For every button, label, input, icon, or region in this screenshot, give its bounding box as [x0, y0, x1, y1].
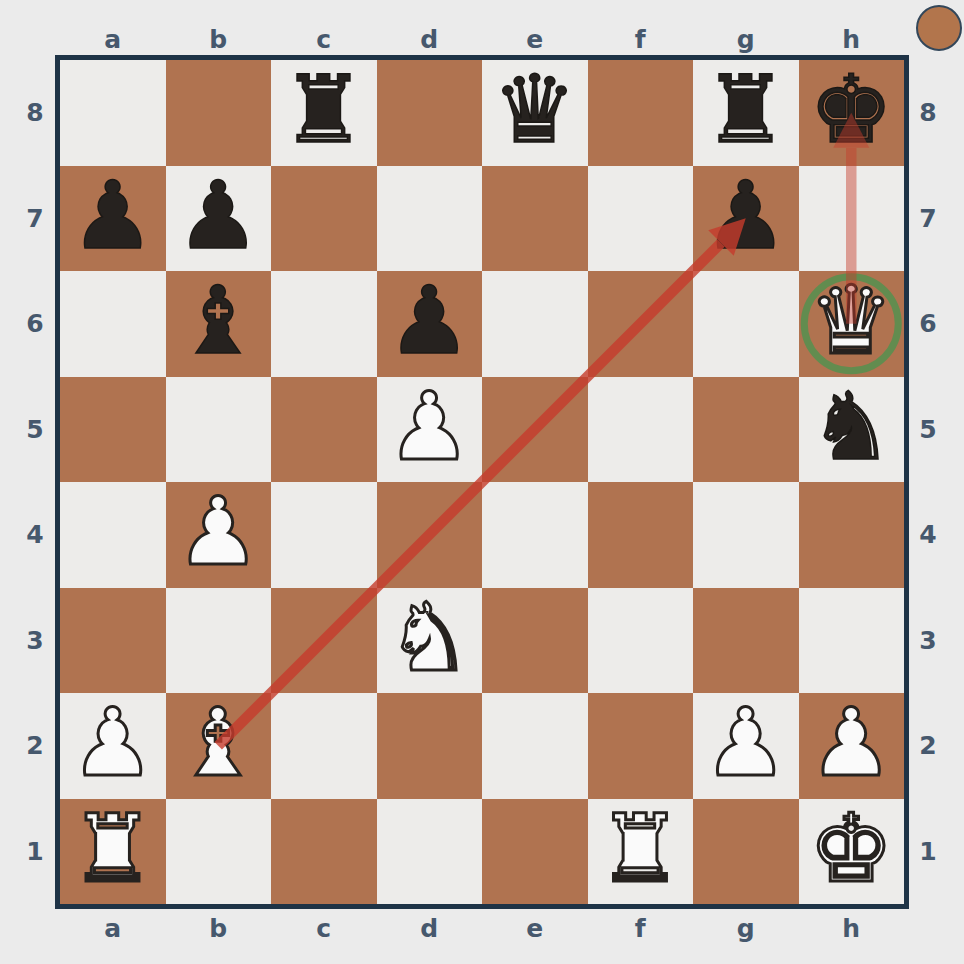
square-d3[interactable]: ♞: [377, 588, 483, 694]
file-label-a-top: a: [60, 26, 166, 52]
white-rook-a1[interactable]: ♜: [71, 796, 155, 901]
square-b6[interactable]: ♝: [166, 271, 272, 377]
file-label-c-top: c: [271, 26, 377, 52]
square-h1[interactable]: ♚: [799, 799, 905, 905]
square-f2[interactable]: [588, 693, 694, 799]
rank-label-7-right: 7: [915, 166, 941, 272]
square-f1[interactable]: ♜: [588, 799, 694, 905]
rank-label-3-left: 3: [22, 588, 48, 694]
square-c3[interactable]: [271, 588, 377, 694]
square-e8[interactable]: ♛: [482, 60, 588, 166]
white-knight-d3[interactable]: ♞: [387, 585, 471, 690]
file-labels-top: abcdefgh: [60, 26, 904, 52]
rank-label-8-right: 8: [915, 60, 941, 166]
square-g7[interactable]: ♟: [693, 166, 799, 272]
square-f5[interactable]: [588, 377, 694, 483]
rank-label-6-left: 6: [22, 271, 48, 377]
square-d8[interactable]: [377, 60, 483, 166]
square-c7[interactable]: [271, 166, 377, 272]
square-c2[interactable]: [271, 693, 377, 799]
white-queen-h6[interactable]: ♛: [809, 268, 893, 373]
square-d6[interactable]: ♟: [377, 271, 483, 377]
square-e2[interactable]: [482, 693, 588, 799]
square-d1[interactable]: [377, 799, 483, 905]
rank-label-2-left: 2: [22, 693, 48, 799]
white-pawn-h2[interactable]: ♟: [809, 690, 893, 795]
file-label-c-bottom: c: [271, 915, 377, 941]
square-c4[interactable]: [271, 482, 377, 588]
chess-board: ♜♛♜♚♟♟♟♝♟♛♟♞♟♞♟♝♟♟♜♜♚: [55, 55, 909, 909]
file-labels-bottom: abcdefgh: [60, 915, 904, 941]
square-b5[interactable]: [166, 377, 272, 483]
turn-indicator-circle: [916, 5, 962, 51]
square-a7[interactable]: ♟: [60, 166, 166, 272]
square-b8[interactable]: [166, 60, 272, 166]
rank-label-3-right: 3: [915, 588, 941, 694]
rank-label-7-left: 7: [22, 166, 48, 272]
file-label-g-top: g: [693, 26, 799, 52]
square-e5[interactable]: [482, 377, 588, 483]
square-g3[interactable]: [693, 588, 799, 694]
rank-label-5-right: 5: [915, 377, 941, 483]
square-h2[interactable]: ♟: [799, 693, 905, 799]
square-h6[interactable]: ♛: [799, 271, 905, 377]
black-king-h8[interactable]: ♚: [809, 57, 893, 162]
file-label-h-bottom: h: [799, 915, 905, 941]
square-b1[interactable]: [166, 799, 272, 905]
rank-label-8-left: 8: [22, 60, 48, 166]
black-rook-g8[interactable]: ♜: [704, 57, 788, 162]
rank-label-1-right: 1: [915, 799, 941, 905]
square-f7[interactable]: [588, 166, 694, 272]
square-b7[interactable]: ♟: [166, 166, 272, 272]
square-c6[interactable]: [271, 271, 377, 377]
black-rook-c8[interactable]: ♜: [282, 57, 366, 162]
black-bishop-b6[interactable]: ♝: [176, 268, 260, 373]
rank-label-6-right: 6: [915, 271, 941, 377]
square-g5[interactable]: [693, 377, 799, 483]
square-h5[interactable]: ♞: [799, 377, 905, 483]
square-g2[interactable]: ♟: [693, 693, 799, 799]
square-f4[interactable]: [588, 482, 694, 588]
square-g6[interactable]: [693, 271, 799, 377]
rank-label-1-left: 1: [22, 799, 48, 905]
square-b4[interactable]: ♟: [166, 482, 272, 588]
square-a3[interactable]: [60, 588, 166, 694]
square-c8[interactable]: ♜: [271, 60, 377, 166]
square-f8[interactable]: [588, 60, 694, 166]
square-b2[interactable]: ♝: [166, 693, 272, 799]
file-label-h-top: h: [799, 26, 905, 52]
black-pawn-b7[interactable]: ♟: [176, 163, 260, 268]
file-label-g-bottom: g: [693, 915, 799, 941]
white-pawn-g2[interactable]: ♟: [704, 690, 788, 795]
rank-label-5-left: 5: [22, 377, 48, 483]
file-label-a-bottom: a: [60, 915, 166, 941]
chess-analysis-page: abcdefgh abcdefgh 87654321 87654321 ♜♛♜♚…: [0, 0, 964, 964]
rank-label-4-left: 4: [22, 482, 48, 588]
square-g8[interactable]: ♜: [693, 60, 799, 166]
white-pawn-b4[interactable]: ♟: [176, 479, 260, 584]
square-a4[interactable]: [60, 482, 166, 588]
square-g4[interactable]: [693, 482, 799, 588]
square-e6[interactable]: [482, 271, 588, 377]
square-c1[interactable]: [271, 799, 377, 905]
square-d2[interactable]: [377, 693, 483, 799]
square-a2[interactable]: ♟: [60, 693, 166, 799]
rank-labels-left: 87654321: [22, 60, 48, 904]
square-e7[interactable]: [482, 166, 588, 272]
white-rook-f1[interactable]: ♜: [598, 796, 682, 901]
square-h4[interactable]: [799, 482, 905, 588]
file-label-d-bottom: d: [377, 915, 483, 941]
square-f3[interactable]: [588, 588, 694, 694]
file-label-e-top: e: [482, 26, 588, 52]
file-label-e-bottom: e: [482, 915, 588, 941]
square-a6[interactable]: [60, 271, 166, 377]
square-d7[interactable]: [377, 166, 483, 272]
square-b3[interactable]: [166, 588, 272, 694]
square-f6[interactable]: [588, 271, 694, 377]
square-h7[interactable]: [799, 166, 905, 272]
rank-labels-right: 87654321: [915, 60, 941, 904]
rank-label-2-right: 2: [915, 693, 941, 799]
file-label-d-top: d: [377, 26, 483, 52]
black-queen-e8[interactable]: ♛: [493, 57, 577, 162]
file-label-b-top: b: [166, 26, 272, 52]
file-label-f-bottom: f: [588, 915, 694, 941]
rank-label-4-right: 4: [915, 482, 941, 588]
black-pawn-d6[interactable]: ♟: [387, 268, 471, 373]
square-h8[interactable]: ♚: [799, 60, 905, 166]
square-a5[interactable]: [60, 377, 166, 483]
file-label-f-top: f: [588, 26, 694, 52]
square-d5[interactable]: ♟: [377, 377, 483, 483]
white-bishop-b2[interactable]: ♝: [176, 690, 260, 795]
white-pawn-d5[interactable]: ♟: [387, 374, 471, 479]
black-pawn-g7[interactable]: ♟: [704, 163, 788, 268]
board-squares: ♜♛♜♚♟♟♟♝♟♛♟♞♟♞♟♝♟♟♜♜♚: [60, 60, 904, 904]
square-e4[interactable]: [482, 482, 588, 588]
white-pawn-a2[interactable]: ♟: [71, 690, 155, 795]
square-h3[interactable]: [799, 588, 905, 694]
black-knight-h5[interactable]: ♞: [809, 374, 893, 479]
square-d4[interactable]: [377, 482, 483, 588]
square-e3[interactable]: [482, 588, 588, 694]
square-a1[interactable]: ♜: [60, 799, 166, 905]
square-a8[interactable]: [60, 60, 166, 166]
black-pawn-a7[interactable]: ♟: [71, 163, 155, 268]
square-g1[interactable]: [693, 799, 799, 905]
square-c5[interactable]: [271, 377, 377, 483]
square-e1[interactable]: [482, 799, 588, 905]
file-label-b-bottom: b: [166, 915, 272, 941]
white-king-h1[interactable]: ♚: [809, 796, 893, 901]
